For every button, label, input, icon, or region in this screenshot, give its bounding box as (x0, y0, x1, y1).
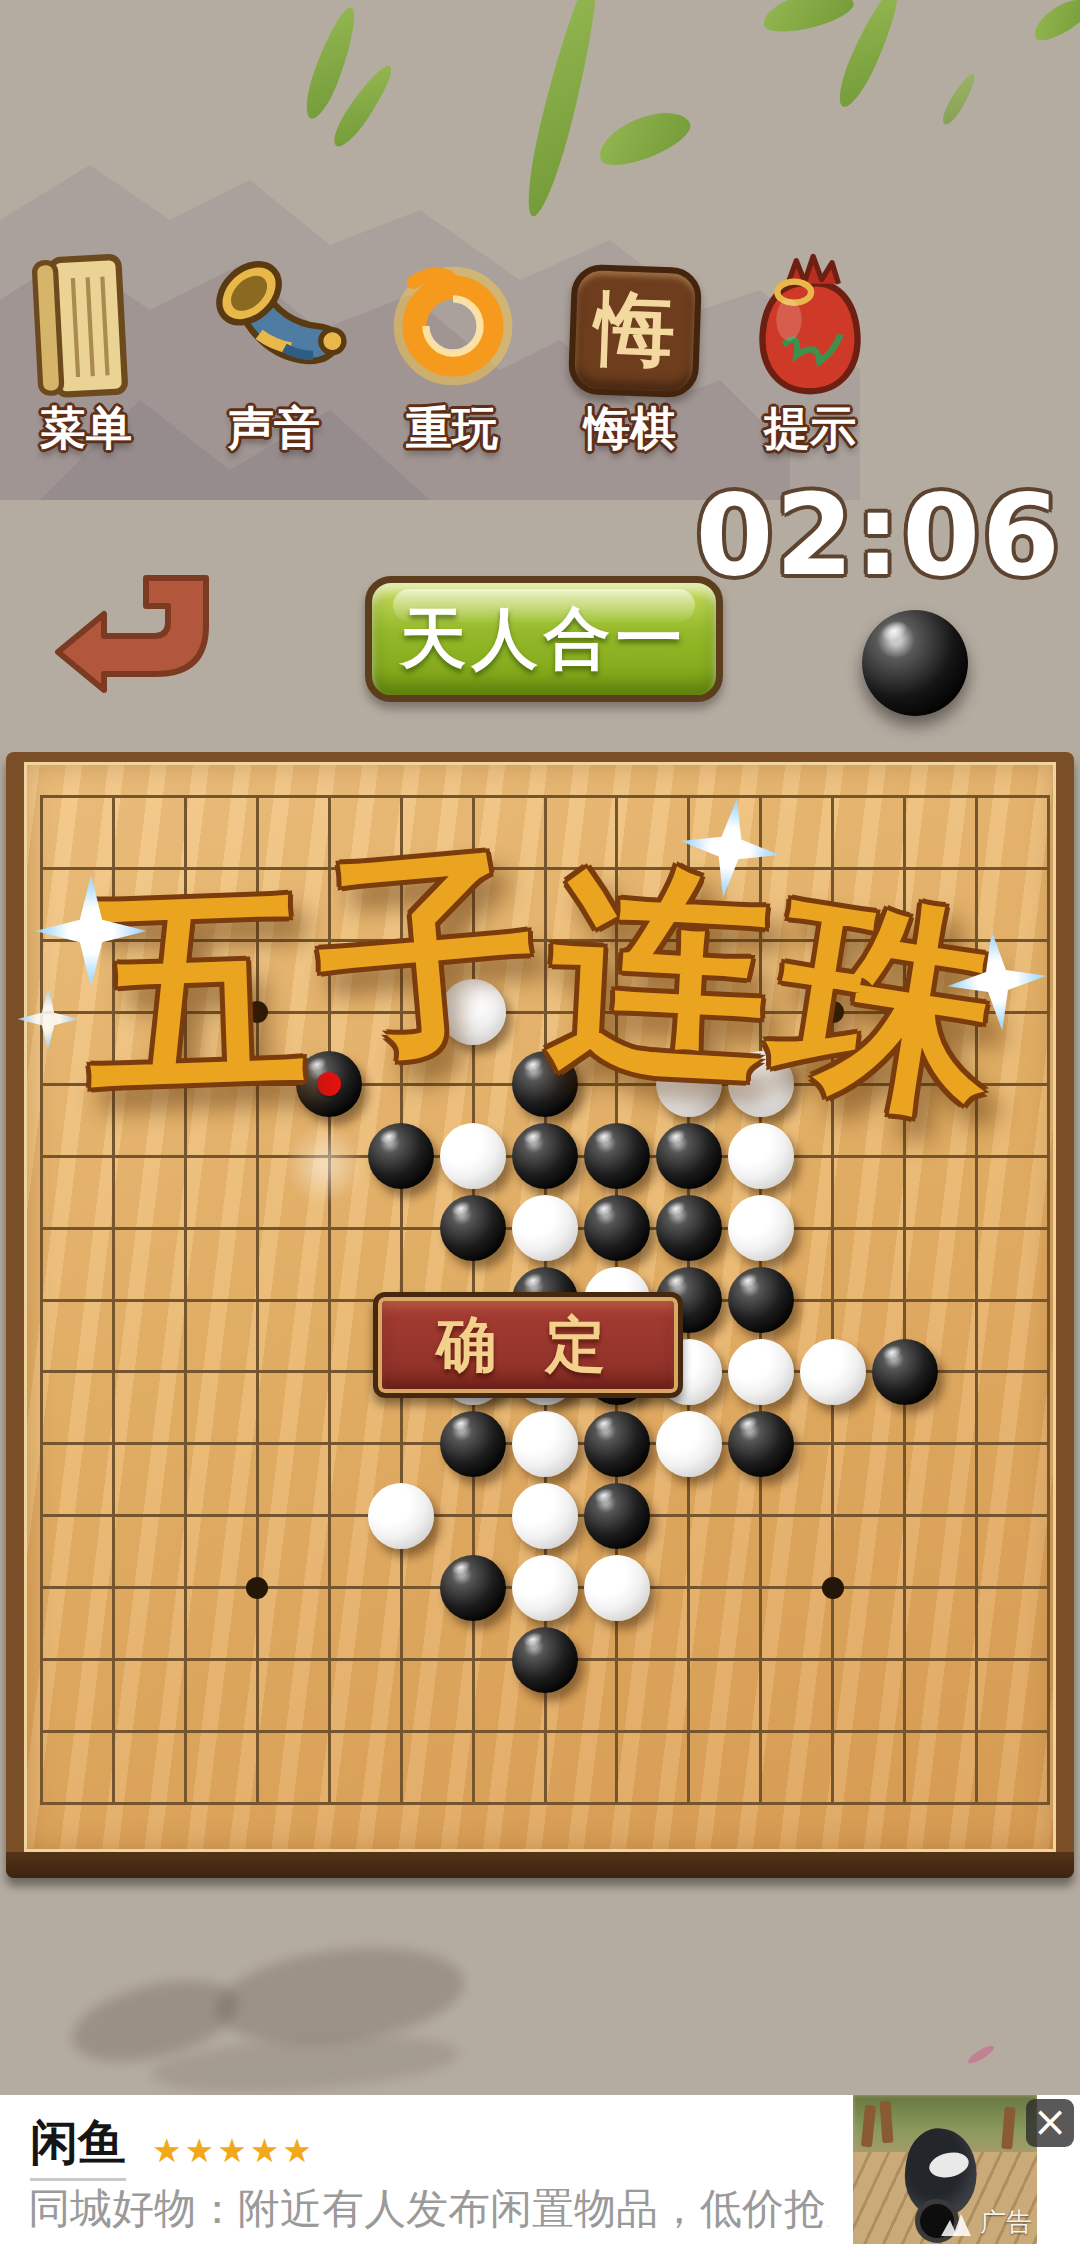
stone-white (656, 1411, 722, 1477)
game-screen: 菜单 声音 重玩 悔 悔棋 (0, 0, 1080, 2244)
stone-black (584, 1195, 650, 1261)
bamboo-leaf (938, 70, 979, 127)
stone-white (584, 1555, 650, 1621)
stone-white (728, 1123, 794, 1189)
stone-white (800, 1339, 866, 1405)
toolbar-label: 重玩 (406, 398, 498, 460)
flame-ring-icon (364, 248, 540, 406)
stone-black (872, 1339, 938, 1405)
stone-white (728, 1051, 794, 1117)
stone-white (512, 1411, 578, 1477)
stone-black (440, 1555, 506, 1621)
difficulty-button[interactable]: 天人合一 (365, 576, 723, 702)
turn-indicator-black-stone (862, 610, 968, 716)
toolbar-label: 提示 (764, 398, 856, 460)
bamboo-leaf (831, 0, 907, 112)
ad-description: 同城好物：附近有人发布闲置物品，低价抢购，… (28, 2181, 828, 2237)
sparkle-glow (285, 1125, 365, 1205)
stone-black (296, 1051, 362, 1117)
stone-black (584, 1123, 650, 1189)
lucky-pouch-icon (722, 248, 898, 406)
difficulty-label: 天人合一 (400, 594, 688, 684)
toolbar-item-replay[interactable]: 重玩 (364, 248, 540, 460)
stone-black (584, 1411, 650, 1477)
ad-photo[interactable] (853, 2095, 1037, 2244)
stone-black (512, 1627, 578, 1693)
stone-white (368, 1483, 434, 1549)
star-point (822, 1577, 844, 1599)
star-point (822, 1001, 844, 1023)
stone-black (656, 1123, 722, 1189)
stone-white (512, 1195, 578, 1261)
toolbar-item-hint[interactable]: 提示 (722, 248, 898, 460)
ad-star-rating: ★★★★★ (152, 2131, 315, 2170)
star-point (246, 1577, 268, 1599)
stone-black (512, 1123, 578, 1189)
toolbar-item-sound[interactable]: 声音 (186, 248, 362, 460)
toolbar-item-undo[interactable]: 悔 悔棋 (542, 248, 718, 460)
stone-white (440, 1123, 506, 1189)
toolbar-item-menu[interactable]: 菜单 (0, 248, 174, 460)
stone-black (440, 1195, 506, 1261)
ad-brand[interactable]: 闲鱼 (30, 2111, 126, 2181)
confirm-label: 确 定 (437, 1305, 620, 1386)
stone-white (728, 1195, 794, 1261)
petal (966, 2043, 996, 2067)
stone-white (728, 1339, 794, 1405)
undo-glyph: 悔 (593, 276, 677, 387)
stone-white (656, 1051, 722, 1117)
toolbar-label: 悔棋 (584, 398, 676, 460)
stone-black (512, 1051, 578, 1117)
undo-character-icon: 悔 (542, 248, 718, 406)
scroll-icon (0, 248, 174, 406)
stone-black (440, 1411, 506, 1477)
confirm-button[interactable]: 确 定 (373, 1292, 683, 1398)
stone-black (584, 1483, 650, 1549)
stone-black (728, 1267, 794, 1333)
return-arrow-icon (48, 566, 218, 706)
stone-white (440, 979, 506, 1045)
stone-black (656, 1195, 722, 1261)
bamboo-leaf (759, 0, 856, 39)
star-point (246, 1001, 268, 1023)
photo-scooter-wheel (915, 2199, 959, 2243)
horn-icon (186, 248, 362, 406)
ad-banner[interactable]: 闲鱼 ★★★★★ 同城好物：附近有人发布闲置物品，低价抢购，… 广告 × (0, 2095, 1080, 2244)
stone-black (728, 1411, 794, 1477)
game-timer: 02:06 (695, 470, 1062, 600)
stone-white (512, 1483, 578, 1549)
stone-black (368, 1123, 434, 1189)
bamboo-leaf (1028, 0, 1080, 47)
ad-close-button[interactable]: × (1026, 2099, 1074, 2147)
back-button[interactable] (48, 566, 218, 706)
stone-white (512, 1555, 578, 1621)
